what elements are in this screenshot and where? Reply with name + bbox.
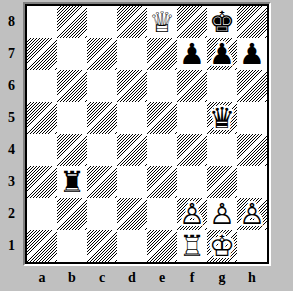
- square-c1[interactable]: [87, 230, 117, 262]
- file-label-e: e: [147, 266, 177, 290]
- square-f4[interactable]: [177, 134, 207, 166]
- square-h3[interactable]: [237, 166, 267, 198]
- square-f5[interactable]: [177, 102, 207, 134]
- square-h8[interactable]: [237, 6, 267, 38]
- square-c5[interactable]: [87, 102, 117, 134]
- rank-label-4: 4: [0, 134, 23, 166]
- square-d6[interactable]: [117, 70, 147, 102]
- square-b2[interactable]: [57, 198, 87, 230]
- square-e4[interactable]: [147, 134, 177, 166]
- square-e2[interactable]: [147, 198, 177, 230]
- rank-label-2: 2: [0, 198, 23, 230]
- rank-label-8: 8: [0, 6, 23, 38]
- square-h5[interactable]: [237, 102, 267, 134]
- piece-black-king[interactable]: ♚: [209, 8, 235, 37]
- rank-label-5: 5: [0, 102, 23, 134]
- square-d3[interactable]: [117, 166, 147, 198]
- rank-label-6: 6: [0, 70, 23, 102]
- square-b4[interactable]: [57, 134, 87, 166]
- square-h1[interactable]: [237, 230, 267, 262]
- square-g8[interactable]: ♚: [207, 6, 237, 38]
- chess-diagram: 8 7 6 5 4 3 2 1 ♕♚♟♟♟♛♜♙♙♙♖♔ a b c d e f…: [0, 0, 293, 291]
- square-a1[interactable]: [27, 230, 57, 262]
- piece-black-pawn[interactable]: ♟: [209, 40, 235, 69]
- square-a7[interactable]: [27, 38, 57, 70]
- square-g5[interactable]: ♛: [207, 102, 237, 134]
- piece-white-pawn[interactable]: ♙: [239, 200, 265, 229]
- square-c2[interactable]: [87, 198, 117, 230]
- board-frame: ♕♚♟♟♟♛♜♙♙♙♖♔: [23, 2, 271, 266]
- piece-white-queen[interactable]: ♕: [149, 8, 175, 37]
- square-a4[interactable]: [27, 134, 57, 166]
- square-d8[interactable]: [117, 6, 147, 38]
- square-g2[interactable]: ♙: [207, 198, 237, 230]
- square-c4[interactable]: [87, 134, 117, 166]
- file-label-f: f: [177, 266, 207, 290]
- square-e3[interactable]: [147, 166, 177, 198]
- square-e8[interactable]: ♕: [147, 6, 177, 38]
- square-g7[interactable]: ♟: [207, 38, 237, 70]
- piece-white-king[interactable]: ♔: [209, 232, 235, 261]
- square-g4[interactable]: [207, 134, 237, 166]
- square-b3[interactable]: ♜: [57, 166, 87, 198]
- square-a2[interactable]: [27, 198, 57, 230]
- square-f8[interactable]: [177, 6, 207, 38]
- square-d4[interactable]: [117, 134, 147, 166]
- square-b7[interactable]: [57, 38, 87, 70]
- square-g1[interactable]: ♔: [207, 230, 237, 262]
- square-b8[interactable]: [57, 6, 87, 38]
- square-h4[interactable]: [237, 134, 267, 166]
- square-e6[interactable]: [147, 70, 177, 102]
- square-e7[interactable]: [147, 38, 177, 70]
- square-a3[interactable]: [27, 166, 57, 198]
- square-b1[interactable]: [57, 230, 87, 262]
- file-label-c: c: [87, 266, 117, 290]
- square-e5[interactable]: [147, 102, 177, 134]
- square-e1[interactable]: [147, 230, 177, 262]
- square-f3[interactable]: [177, 166, 207, 198]
- square-d1[interactable]: [117, 230, 147, 262]
- square-f7[interactable]: ♟: [177, 38, 207, 70]
- square-b5[interactable]: [57, 102, 87, 134]
- file-label-a: a: [27, 266, 57, 290]
- square-g6[interactable]: [207, 70, 237, 102]
- square-f2[interactable]: ♙: [177, 198, 207, 230]
- rank-labels: 8 7 6 5 4 3 2 1: [0, 6, 23, 262]
- square-a6[interactable]: [27, 70, 57, 102]
- file-label-b: b: [57, 266, 87, 290]
- piece-white-rook[interactable]: ♖: [179, 232, 205, 261]
- square-c6[interactable]: [87, 70, 117, 102]
- square-a8[interactable]: [27, 6, 57, 38]
- square-c3[interactable]: [87, 166, 117, 198]
- rank-label-7: 7: [0, 38, 23, 70]
- rank-label-1: 1: [0, 230, 23, 262]
- square-f6[interactable]: [177, 70, 207, 102]
- square-d5[interactable]: [117, 102, 147, 134]
- file-label-h: h: [237, 266, 267, 290]
- rank-label-3: 3: [0, 166, 23, 198]
- piece-white-pawn[interactable]: ♙: [209, 200, 235, 229]
- square-d2[interactable]: [117, 198, 147, 230]
- square-b6[interactable]: [57, 70, 87, 102]
- file-label-d: d: [117, 266, 147, 290]
- square-h6[interactable]: [237, 70, 267, 102]
- square-f1[interactable]: ♖: [177, 230, 207, 262]
- piece-black-pawn[interactable]: ♟: [239, 40, 265, 69]
- square-d7[interactable]: [117, 38, 147, 70]
- piece-black-queen[interactable]: ♛: [209, 104, 235, 133]
- file-labels: a b c d e f g h: [27, 266, 267, 290]
- square-h7[interactable]: ♟: [237, 38, 267, 70]
- board-border: ♕♚♟♟♟♛♜♙♙♙♖♔: [25, 4, 269, 264]
- piece-white-pawn[interactable]: ♙: [179, 200, 205, 229]
- piece-black-pawn[interactable]: ♟: [179, 40, 205, 69]
- piece-black-rook[interactable]: ♜: [59, 168, 85, 197]
- file-label-g: g: [207, 266, 237, 290]
- square-h2[interactable]: ♙: [237, 198, 267, 230]
- square-a5[interactable]: [27, 102, 57, 134]
- square-c8[interactable]: [87, 6, 117, 38]
- square-c7[interactable]: [87, 38, 117, 70]
- chess-board: ♕♚♟♟♟♛♜♙♙♙♖♔: [27, 6, 267, 262]
- square-g3[interactable]: [207, 166, 237, 198]
